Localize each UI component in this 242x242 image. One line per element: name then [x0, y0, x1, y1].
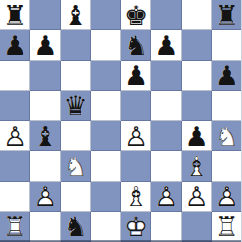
square-a5[interactable] — [0, 91, 30, 121]
piece-glyph-underlay: ♙ — [182, 121, 212, 151]
piece-glyph-underlay: ♙ — [121, 61, 151, 91]
square-h1[interactable]: ♜♖ — [212, 212, 242, 242]
square-c8[interactable]: ♗♝ — [61, 0, 91, 30]
piece-black-rook-icon: ♖♜ — [212, 0, 242, 30]
piece-glyph-overlay: ♜ — [212, 0, 242, 30]
piece-glyph-underlay: ♗ — [30, 121, 60, 151]
square-e6[interactable]: ♙♟ — [121, 61, 151, 91]
piece-white-rook-icon: ♜♖ — [0, 212, 30, 242]
piece-white-pawn-icon: ♟♙ — [182, 182, 212, 212]
square-c4[interactable] — [61, 121, 91, 151]
piece-glyph-underlay: ♙ — [0, 30, 30, 60]
square-g7[interactable] — [182, 30, 212, 60]
piece-glyph-overlay: ♞ — [61, 212, 91, 242]
piece-glyph-overlay: ♗ — [182, 151, 212, 181]
piece-black-knight-icon: ♘♞ — [61, 212, 91, 242]
piece-glyph-overlay: ♜ — [0, 0, 30, 30]
piece-glyph-overlay: ♙ — [121, 121, 151, 151]
square-h5[interactable] — [212, 91, 242, 121]
piece-glyph-underlay: ♜ — [212, 212, 242, 242]
square-g8[interactable] — [182, 0, 212, 30]
piece-glyph-underlay: ♖ — [212, 0, 242, 30]
piece-black-pawn-icon: ♙♟ — [151, 30, 181, 60]
square-c3[interactable]: ♞♘ — [61, 151, 91, 181]
piece-white-rook-icon: ♜♖ — [212, 212, 242, 242]
square-h7[interactable] — [212, 30, 242, 60]
square-f7[interactable]: ♙♟ — [151, 30, 181, 60]
square-f3[interactable] — [151, 151, 181, 181]
piece-white-king-icon: ♚♔ — [121, 212, 151, 242]
piece-glyph-underlay: ♙ — [151, 30, 181, 60]
square-g2[interactable]: ♟♙ — [182, 182, 212, 212]
piece-glyph-overlay: ♙ — [182, 182, 212, 212]
piece-glyph-underlay: ♞ — [212, 121, 242, 151]
piece-glyph-overlay: ♖ — [212, 212, 242, 242]
piece-glyph-underlay: ♘ — [121, 30, 151, 60]
piece-glyph-overlay: ♟ — [182, 121, 212, 151]
piece-glyph-overlay: ♖ — [0, 212, 30, 242]
square-d3[interactable] — [91, 151, 121, 181]
square-c1[interactable]: ♘♞ — [61, 212, 91, 242]
piece-glyph-underlay: ♟ — [30, 182, 60, 212]
square-a8[interactable]: ♖♜ — [0, 0, 30, 30]
square-d1[interactable] — [91, 212, 121, 242]
square-e2[interactable]: ♝♗ — [121, 182, 151, 212]
square-b1[interactable] — [30, 212, 60, 242]
piece-glyph-underlay: ♙ — [212, 61, 242, 91]
square-h4[interactable]: ♞♘ — [212, 121, 242, 151]
square-e3[interactable] — [121, 151, 151, 181]
piece-glyph-underlay: ♗ — [61, 0, 91, 30]
piece-glyph-overlay: ♙ — [212, 182, 242, 212]
piece-glyph-overlay: ♟ — [0, 30, 30, 60]
piece-glyph-overlay: ♘ — [61, 151, 91, 181]
piece-glyph-underlay: ♟ — [182, 182, 212, 212]
piece-glyph-underlay: ♚ — [121, 212, 151, 242]
square-b6[interactable] — [30, 61, 60, 91]
square-d4[interactable] — [91, 121, 121, 151]
square-h8[interactable]: ♖♜ — [212, 0, 242, 30]
square-e1[interactable]: ♚♔ — [121, 212, 151, 242]
piece-black-king-icon: ♔♚ — [121, 0, 151, 30]
square-f5[interactable] — [151, 91, 181, 121]
square-b4[interactable]: ♗♝ — [30, 121, 60, 151]
square-b3[interactable] — [30, 151, 60, 181]
piece-glyph-overlay: ♙ — [151, 182, 181, 212]
piece-glyph-overlay: ♙ — [0, 121, 30, 151]
square-a3[interactable] — [0, 151, 30, 181]
piece-glyph-underlay: ♙ — [30, 30, 60, 60]
square-f1[interactable] — [151, 212, 181, 242]
piece-glyph-overlay: ♘ — [212, 121, 242, 151]
piece-glyph-underlay: ♞ — [61, 151, 91, 181]
piece-white-pawn-icon: ♟♙ — [0, 121, 30, 151]
square-a6[interactable] — [0, 61, 30, 91]
piece-glyph-underlay: ♟ — [151, 182, 181, 212]
piece-glyph-overlay: ♗ — [121, 182, 151, 212]
square-b5[interactable] — [30, 91, 60, 121]
piece-glyph-underlay: ♟ — [212, 182, 242, 212]
square-a4[interactable]: ♟♙ — [0, 121, 30, 151]
square-h2[interactable]: ♟♙ — [212, 182, 242, 212]
square-d6[interactable] — [91, 61, 121, 91]
piece-glyph-overlay: ♝ — [61, 0, 91, 30]
piece-white-bishop-icon: ♝♗ — [182, 151, 212, 181]
square-c5[interactable]: ♕♛ — [61, 91, 91, 121]
square-e8[interactable]: ♔♚ — [121, 0, 151, 30]
square-b8[interactable] — [30, 0, 60, 30]
square-d7[interactable] — [91, 30, 121, 60]
piece-glyph-underlay: ♝ — [121, 182, 151, 212]
chess-board: ♖♜♗♝♔♚♖♜♙♟♙♟♘♞♙♟♙♟♙♟♕♛♟♙♗♝♟♙♙♟♞♘♞♘♝♗♟♙♝♗… — [0, 0, 242, 242]
piece-glyph-underlay: ♕ — [61, 91, 91, 121]
square-c6[interactable] — [61, 61, 91, 91]
piece-black-bishop-icon: ♗♝ — [30, 121, 60, 151]
square-f8[interactable] — [151, 0, 181, 30]
square-a2[interactable] — [0, 182, 30, 212]
piece-white-bishop-icon: ♝♗ — [121, 182, 151, 212]
piece-black-pawn-icon: ♙♟ — [212, 61, 242, 91]
square-h6[interactable]: ♙♟ — [212, 61, 242, 91]
square-g1[interactable] — [182, 212, 212, 242]
square-c7[interactable] — [61, 30, 91, 60]
piece-glyph-overlay: ♟ — [212, 61, 242, 91]
piece-glyph-overlay: ♚ — [121, 0, 151, 30]
square-b7[interactable]: ♙♟ — [30, 30, 60, 60]
piece-glyph-underlay: ♖ — [0, 0, 30, 30]
square-d8[interactable] — [91, 0, 121, 30]
square-f6[interactable] — [151, 61, 181, 91]
square-e5[interactable] — [121, 91, 151, 121]
piece-white-knight-icon: ♞♘ — [212, 121, 242, 151]
piece-black-rook-icon: ♖♜ — [0, 0, 30, 30]
piece-glyph-overlay: ♟ — [121, 61, 151, 91]
piece-glyph-overlay: ♟ — [151, 30, 181, 60]
square-c2[interactable] — [61, 182, 91, 212]
square-h3[interactable] — [212, 151, 242, 181]
piece-black-queen-icon: ♕♛ — [61, 91, 91, 121]
piece-glyph-underlay: ♘ — [61, 212, 91, 242]
piece-glyph-underlay: ♜ — [0, 212, 30, 242]
square-g4[interactable]: ♙♟ — [182, 121, 212, 151]
square-a1[interactable]: ♜♖ — [0, 212, 30, 242]
square-g3[interactable]: ♝♗ — [182, 151, 212, 181]
piece-black-pawn-icon: ♙♟ — [0, 30, 30, 60]
piece-black-pawn-icon: ♙♟ — [182, 121, 212, 151]
piece-white-pawn-icon: ♟♙ — [121, 121, 151, 151]
piece-glyph-underlay: ♟ — [121, 121, 151, 151]
piece-glyph-overlay: ♙ — [30, 182, 60, 212]
piece-black-bishop-icon: ♗♝ — [61, 0, 91, 30]
piece-white-pawn-icon: ♟♙ — [212, 182, 242, 212]
square-f2[interactable]: ♟♙ — [151, 182, 181, 212]
square-d2[interactable] — [91, 182, 121, 212]
piece-black-knight-icon: ♘♞ — [121, 30, 151, 60]
square-f4[interactable] — [151, 121, 181, 151]
piece-glyph-underlay: ♟ — [0, 121, 30, 151]
piece-white-pawn-icon: ♟♙ — [30, 182, 60, 212]
square-a7[interactable]: ♙♟ — [0, 30, 30, 60]
piece-glyph-overlay: ♞ — [121, 30, 151, 60]
square-g5[interactable] — [182, 91, 212, 121]
piece-glyph-underlay: ♝ — [182, 151, 212, 181]
piece-glyph-overlay: ♛ — [61, 91, 91, 121]
piece-black-pawn-icon: ♙♟ — [30, 30, 60, 60]
square-e4[interactable]: ♟♙ — [121, 121, 151, 151]
square-g6[interactable] — [182, 61, 212, 91]
piece-glyph-overlay: ♔ — [121, 212, 151, 242]
piece-white-knight-icon: ♞♘ — [61, 151, 91, 181]
square-d5[interactable] — [91, 91, 121, 121]
square-b2[interactable]: ♟♙ — [30, 182, 60, 212]
piece-glyph-overlay: ♟ — [30, 30, 60, 60]
square-e7[interactable]: ♘♞ — [121, 30, 151, 60]
piece-glyph-overlay: ♝ — [30, 121, 60, 151]
piece-black-pawn-icon: ♙♟ — [121, 61, 151, 91]
piece-white-pawn-icon: ♟♙ — [151, 182, 181, 212]
piece-glyph-underlay: ♔ — [121, 0, 151, 30]
